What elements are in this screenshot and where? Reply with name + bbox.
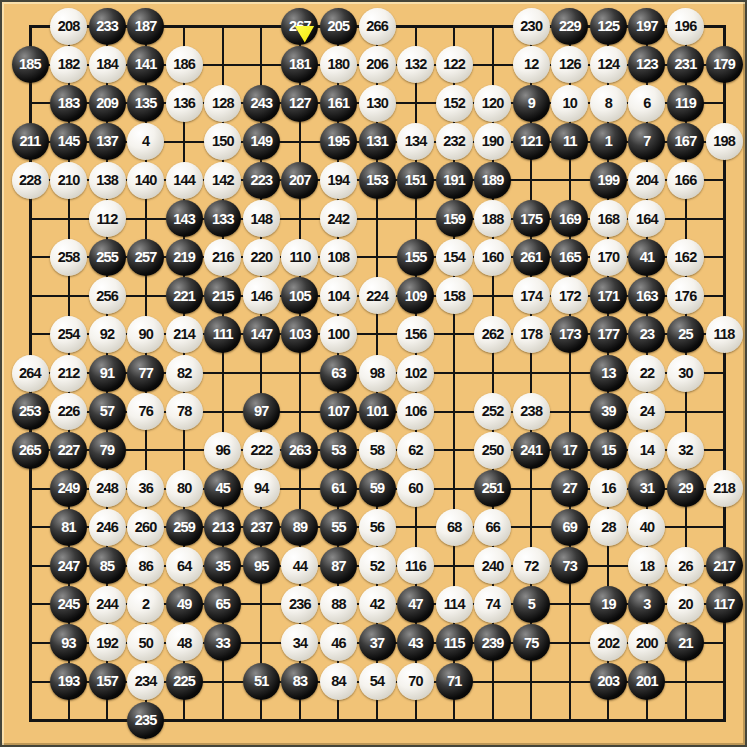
black-stone-31[interactable]: 31 (628, 470, 665, 507)
white-stone-80[interactable]: 80 (166, 470, 203, 507)
black-stone-109[interactable]: 109 (397, 277, 434, 314)
white-stone-136[interactable]: 136 (166, 85, 203, 122)
white-stone-206[interactable]: 206 (359, 46, 396, 83)
white-stone-230[interactable]: 230 (513, 8, 550, 45)
black-stone-211[interactable]: 211 (12, 123, 49, 160)
black-stone-107[interactable]: 107 (320, 393, 357, 430)
white-stone-224[interactable]: 224 (359, 277, 396, 314)
white-stone-266[interactable]: 266 (359, 8, 396, 45)
black-stone-173[interactable]: 173 (551, 316, 588, 353)
move-number: 95 (254, 559, 269, 574)
white-stone-134[interactable]: 134 (397, 123, 434, 160)
black-stone-143[interactable]: 143 (166, 200, 203, 237)
black-stone-57[interactable]: 57 (89, 393, 126, 430)
white-stone-108[interactable]: 108 (320, 239, 357, 276)
black-stone-17[interactable]: 17 (551, 432, 588, 469)
black-stone-167[interactable]: 167 (667, 123, 704, 160)
move-number: 255 (96, 250, 118, 265)
white-stone-36[interactable]: 36 (127, 470, 164, 507)
white-stone-148[interactable]: 148 (243, 200, 280, 237)
white-stone-114[interactable]: 114 (436, 586, 473, 623)
black-stone-195[interactable]: 195 (320, 123, 357, 160)
black-stone-145[interactable]: 145 (50, 123, 87, 160)
black-stone-101[interactable]: 101 (359, 393, 396, 430)
white-stone-144[interactable]: 144 (166, 162, 203, 199)
black-stone-119[interactable]: 119 (667, 85, 704, 122)
black-stone-255[interactable]: 255 (89, 239, 126, 276)
white-stone-14[interactable]: 14 (628, 432, 665, 469)
white-stone-118[interactable]: 118 (706, 316, 743, 353)
white-stone-104[interactable]: 104 (320, 277, 357, 314)
white-stone-70[interactable]: 70 (397, 663, 434, 700)
black-stone-111[interactable]: 111 (204, 316, 241, 353)
white-stone-226[interactable]: 226 (50, 393, 87, 430)
black-stone-251[interactable]: 251 (474, 470, 511, 507)
black-stone-13[interactable]: 13 (590, 355, 627, 392)
white-stone-210[interactable]: 210 (50, 162, 87, 199)
white-stone-2[interactable]: 2 (127, 586, 164, 623)
white-stone-262[interactable]: 262 (474, 316, 511, 353)
black-stone-73[interactable]: 73 (551, 547, 588, 584)
white-stone-124[interactable]: 124 (590, 46, 627, 83)
black-stone-187[interactable]: 187 (127, 8, 164, 45)
white-stone-180[interactable]: 180 (320, 46, 357, 83)
white-stone-250[interactable]: 250 (474, 432, 511, 469)
move-number: 52 (370, 559, 385, 574)
black-stone-41[interactable]: 41 (628, 239, 665, 276)
move-number: 90 (138, 327, 153, 342)
white-stone-146[interactable]: 146 (243, 277, 280, 314)
white-stone-66[interactable]: 66 (474, 509, 511, 546)
white-stone-72[interactable]: 72 (513, 547, 550, 584)
move-number: 230 (520, 19, 542, 34)
black-stone-63[interactable]: 63 (320, 355, 357, 392)
white-stone-40[interactable]: 40 (628, 509, 665, 546)
move-number: 184 (96, 57, 118, 72)
white-stone-176[interactable]: 176 (667, 277, 704, 314)
move-number: 55 (331, 520, 346, 535)
white-stone-84[interactable]: 84 (320, 663, 357, 700)
black-stone-77[interactable]: 77 (127, 355, 164, 392)
white-stone-240[interactable]: 240 (474, 547, 511, 584)
black-stone-213[interactable]: 213 (204, 509, 241, 546)
black-stone-9[interactable]: 9 (513, 85, 550, 122)
white-stone-188[interactable]: 188 (474, 200, 511, 237)
black-stone-233[interactable]: 233 (89, 8, 126, 45)
black-stone-49[interactable]: 49 (166, 586, 203, 623)
black-stone-161[interactable]: 161 (320, 85, 357, 122)
white-stone-194[interactable]: 194 (320, 162, 357, 199)
move-number: 193 (58, 674, 80, 689)
black-stone-257[interactable]: 257 (127, 239, 164, 276)
white-stone-28[interactable]: 28 (590, 509, 627, 546)
white-stone-56[interactable]: 56 (359, 509, 396, 546)
black-stone-55[interactable]: 55 (320, 509, 357, 546)
black-stone-29[interactable]: 29 (667, 470, 704, 507)
white-stone-166[interactable]: 166 (667, 162, 704, 199)
white-stone-172[interactable]: 172 (551, 277, 588, 314)
move-number: 98 (370, 366, 385, 381)
white-stone-142[interactable]: 142 (204, 162, 241, 199)
black-stone-15[interactable]: 15 (590, 432, 627, 469)
black-stone-263[interactable]: 263 (281, 432, 318, 469)
white-stone-88[interactable]: 88 (320, 586, 357, 623)
white-stone-196[interactable]: 196 (667, 8, 704, 45)
move-number: 220 (250, 250, 272, 265)
white-stone-140[interactable]: 140 (127, 162, 164, 199)
move-number: 178 (520, 327, 542, 342)
white-stone-10[interactable]: 10 (551, 85, 588, 122)
white-stone-242[interactable]: 242 (320, 200, 357, 237)
move-number: 212 (58, 366, 80, 381)
white-stone-22[interactable]: 22 (628, 355, 665, 392)
white-stone-128[interactable]: 128 (204, 85, 241, 122)
black-stone-135[interactable]: 135 (127, 85, 164, 122)
black-stone-47[interactable]: 47 (397, 586, 434, 623)
white-stone-26[interactable]: 26 (667, 547, 704, 584)
white-stone-64[interactable]: 64 (166, 547, 203, 584)
black-stone-121[interactable]: 121 (513, 123, 550, 160)
white-stone-112[interactable]: 112 (89, 200, 126, 237)
black-stone-229[interactable]: 229 (551, 8, 588, 45)
white-stone-208[interactable]: 208 (50, 8, 87, 45)
white-stone-48[interactable]: 48 (166, 624, 203, 661)
black-stone-221[interactable]: 221 (166, 277, 203, 314)
white-stone-122[interactable]: 122 (436, 46, 473, 83)
white-stone-6[interactable]: 6 (628, 85, 665, 122)
white-stone-68[interactable]: 68 (436, 509, 473, 546)
white-stone-42[interactable]: 42 (359, 586, 396, 623)
white-stone-248[interactable]: 248 (89, 470, 126, 507)
black-stone-125[interactable]: 125 (590, 8, 627, 45)
white-stone-236[interactable]: 236 (281, 586, 318, 623)
black-stone-231[interactable]: 231 (667, 46, 704, 83)
move-number: 135 (135, 96, 157, 111)
black-stone-127[interactable]: 127 (281, 85, 318, 122)
black-stone-35[interactable]: 35 (204, 547, 241, 584)
black-stone-69[interactable]: 69 (551, 509, 588, 546)
go-board[interactable]: 2082331872672052662302291251971961851821… (0, 0, 747, 747)
black-stone-177[interactable]: 177 (590, 316, 627, 353)
white-stone-264[interactable]: 264 (12, 355, 49, 392)
last-move-triangle-icon (294, 26, 314, 43)
black-stone-137[interactable]: 137 (89, 123, 126, 160)
black-stone-23[interactable]: 23 (628, 316, 665, 353)
white-stone-212[interactable]: 212 (50, 355, 87, 392)
move-number: 245 (58, 597, 80, 612)
black-stone-247[interactable]: 247 (50, 547, 87, 584)
white-stone-8[interactable]: 8 (590, 85, 627, 122)
black-stone-189[interactable]: 189 (474, 162, 511, 199)
white-stone-178[interactable]: 178 (513, 316, 550, 353)
black-stone-123[interactable]: 123 (628, 46, 665, 83)
move-number: 240 (482, 559, 504, 574)
move-number: 198 (713, 134, 735, 149)
black-stone-71[interactable]: 71 (436, 663, 473, 700)
black-stone-11[interactable]: 11 (551, 123, 588, 160)
black-stone-95[interactable]: 95 (243, 547, 280, 584)
white-stone-164[interactable]: 164 (628, 200, 665, 237)
black-stone-227[interactable]: 227 (50, 432, 87, 469)
white-stone-30[interactable]: 30 (667, 355, 704, 392)
white-stone-58[interactable]: 58 (359, 432, 396, 469)
white-stone-62[interactable]: 62 (397, 432, 434, 469)
black-stone-1[interactable]: 1 (590, 123, 627, 160)
white-stone-202[interactable]: 202 (590, 624, 627, 661)
white-stone-132[interactable]: 132 (397, 46, 434, 83)
black-stone-79[interactable]: 79 (89, 432, 126, 469)
white-stone-204[interactable]: 204 (628, 162, 665, 199)
black-stone-165[interactable]: 165 (551, 239, 588, 276)
white-stone-232[interactable]: 232 (436, 123, 473, 160)
white-stone-34[interactable]: 34 (281, 624, 318, 661)
white-stone-216[interactable]: 216 (204, 239, 241, 276)
black-stone-215[interactable]: 215 (204, 277, 241, 314)
white-stone-170[interactable]: 170 (590, 239, 627, 276)
black-stone-249[interactable]: 249 (50, 470, 87, 507)
white-stone-260[interactable]: 260 (127, 509, 164, 546)
white-stone-60[interactable]: 60 (397, 470, 434, 507)
black-stone-131[interactable]: 131 (359, 123, 396, 160)
white-stone-238[interactable]: 238 (513, 393, 550, 430)
black-stone-239[interactable]: 239 (474, 624, 511, 661)
black-stone-25[interactable]: 25 (667, 316, 704, 353)
black-stone-259[interactable]: 259 (166, 509, 203, 546)
white-stone-24[interactable]: 24 (628, 393, 665, 430)
move-number: 205 (328, 19, 350, 34)
black-stone-225[interactable]: 225 (166, 663, 203, 700)
black-stone-243[interactable]: 243 (243, 85, 280, 122)
black-stone-51[interactable]: 51 (243, 663, 280, 700)
white-stone-200[interactable]: 200 (628, 624, 665, 661)
white-stone-76[interactable]: 76 (127, 393, 164, 430)
white-stone-100[interactable]: 100 (320, 316, 357, 353)
white-stone-234[interactable]: 234 (127, 663, 164, 700)
white-stone-18[interactable]: 18 (628, 547, 665, 584)
black-stone-179[interactable]: 179 (706, 46, 743, 83)
black-stone-7[interactable]: 7 (628, 123, 665, 160)
white-stone-92[interactable]: 92 (89, 316, 126, 353)
move-number: 256 (96, 289, 118, 304)
white-stone-174[interactable]: 174 (513, 277, 550, 314)
black-stone-155[interactable]: 155 (397, 239, 434, 276)
white-stone-52[interactable]: 52 (359, 547, 396, 584)
black-stone-27[interactable]: 27 (551, 470, 588, 507)
white-stone-96[interactable]: 96 (204, 432, 241, 469)
white-stone-162[interactable]: 162 (667, 239, 704, 276)
black-stone-153[interactable]: 153 (359, 162, 396, 199)
move-number: 175 (520, 212, 542, 227)
black-stone-39[interactable]: 39 (590, 393, 627, 430)
white-stone-116[interactable]: 116 (397, 547, 434, 584)
black-stone-43[interactable]: 43 (397, 624, 434, 661)
black-stone-219[interactable]: 219 (166, 239, 203, 276)
black-stone-201[interactable]: 201 (628, 663, 665, 700)
black-stone-191[interactable]: 191 (436, 162, 473, 199)
black-stone-61[interactable]: 61 (320, 470, 357, 507)
black-stone-105[interactable]: 105 (281, 277, 318, 314)
black-stone-3[interactable]: 3 (628, 586, 665, 623)
black-stone-83[interactable]: 83 (281, 663, 318, 700)
white-stone-152[interactable]: 152 (436, 85, 473, 122)
move-number: 130 (366, 96, 388, 111)
black-stone-21[interactable]: 21 (667, 624, 704, 661)
black-stone-45[interactable]: 45 (204, 470, 241, 507)
white-stone-110[interactable]: 110 (281, 239, 318, 276)
white-stone-258[interactable]: 258 (50, 239, 87, 276)
move-number: 261 (520, 250, 542, 265)
white-stone-32[interactable]: 32 (667, 432, 704, 469)
white-stone-252[interactable]: 252 (474, 393, 511, 430)
black-stone-89[interactable]: 89 (281, 509, 318, 546)
black-stone-241[interactable]: 241 (513, 432, 550, 469)
black-stone-217[interactable]: 217 (706, 547, 743, 584)
black-stone-59[interactable]: 59 (359, 470, 396, 507)
black-stone-53[interactable]: 53 (320, 432, 357, 469)
black-stone-197[interactable]: 197 (628, 8, 665, 45)
move-number: 97 (254, 404, 269, 419)
move-number: 222 (250, 443, 272, 458)
move-number: 121 (520, 134, 542, 149)
white-stone-46[interactable]: 46 (320, 624, 357, 661)
black-stone-223[interactable]: 223 (243, 162, 280, 199)
move-number: 108 (328, 250, 350, 265)
black-stone-245[interactable]: 245 (50, 586, 87, 623)
move-number: 62 (408, 443, 423, 458)
white-stone-16[interactable]: 16 (590, 470, 627, 507)
white-stone-54[interactable]: 54 (359, 663, 396, 700)
black-stone-163[interactable]: 163 (628, 277, 665, 314)
white-stone-246[interactable]: 246 (89, 509, 126, 546)
black-stone-85[interactable]: 85 (89, 547, 126, 584)
white-stone-102[interactable]: 102 (397, 355, 434, 392)
white-stone-126[interactable]: 126 (551, 46, 588, 83)
black-stone-75[interactable]: 75 (513, 624, 550, 661)
black-stone-91[interactable]: 91 (89, 355, 126, 392)
move-number: 18 (640, 559, 655, 574)
white-stone-256[interactable]: 256 (89, 277, 126, 314)
white-stone-228[interactable]: 228 (12, 162, 49, 199)
white-stone-74[interactable]: 74 (474, 586, 511, 623)
black-stone-159[interactable]: 159 (436, 200, 473, 237)
black-stone-209[interactable]: 209 (89, 85, 126, 122)
move-number: 221 (173, 289, 195, 304)
black-stone-183[interactable]: 183 (50, 85, 87, 122)
white-stone-150[interactable]: 150 (204, 123, 241, 160)
black-stone-267[interactable]: 267 (281, 8, 318, 45)
move-number: 171 (597, 289, 619, 304)
black-stone-261[interactable]: 261 (513, 239, 550, 276)
white-stone-218[interactable]: 218 (706, 470, 743, 507)
move-number: 44 (293, 559, 308, 574)
white-stone-120[interactable]: 120 (474, 85, 511, 122)
white-stone-186[interactable]: 186 (166, 46, 203, 83)
black-stone-265[interactable]: 265 (12, 432, 49, 469)
white-stone-20[interactable]: 20 (667, 586, 704, 623)
black-stone-97[interactable]: 97 (243, 393, 280, 430)
white-stone-192[interactable]: 192 (89, 624, 126, 661)
black-stone-253[interactable]: 253 (12, 393, 49, 430)
white-stone-190[interactable]: 190 (474, 123, 511, 160)
black-stone-149[interactable]: 149 (243, 123, 280, 160)
move-number: 71 (447, 674, 462, 689)
white-stone-82[interactable]: 82 (166, 355, 203, 392)
black-stone-65[interactable]: 65 (204, 586, 241, 623)
move-number: 211 (20, 134, 41, 149)
white-stone-160[interactable]: 160 (474, 239, 511, 276)
black-stone-133[interactable]: 133 (204, 200, 241, 237)
white-stone-4[interactable]: 4 (127, 123, 164, 160)
black-stone-171[interactable]: 171 (590, 277, 627, 314)
white-stone-220[interactable]: 220 (243, 239, 280, 276)
white-stone-86[interactable]: 86 (127, 547, 164, 584)
white-stone-94[interactable]: 94 (243, 470, 280, 507)
black-stone-193[interactable]: 193 (50, 663, 87, 700)
white-stone-12[interactable]: 12 (513, 46, 550, 83)
white-stone-50[interactable]: 50 (127, 624, 164, 661)
black-stone-117[interactable]: 117 (706, 586, 743, 623)
white-stone-78[interactable]: 78 (166, 393, 203, 430)
white-stone-44[interactable]: 44 (281, 547, 318, 584)
move-number: 210 (58, 173, 80, 188)
move-number: 246 (96, 520, 118, 535)
black-stone-207[interactable]: 207 (281, 162, 318, 199)
black-stone-5[interactable]: 5 (513, 586, 550, 623)
black-stone-185[interactable]: 185 (12, 46, 49, 83)
move-number: 189 (482, 173, 504, 188)
white-stone-130[interactable]: 130 (359, 85, 396, 122)
white-stone-138[interactable]: 138 (89, 162, 126, 199)
black-stone-237[interactable]: 237 (243, 509, 280, 546)
black-stone-181[interactable]: 181 (281, 46, 318, 83)
black-stone-87[interactable]: 87 (320, 547, 357, 584)
black-stone-169[interactable]: 169 (551, 200, 588, 237)
black-stone-33[interactable]: 33 (204, 624, 241, 661)
white-stone-184[interactable]: 184 (89, 46, 126, 83)
white-stone-244[interactable]: 244 (89, 586, 126, 623)
black-stone-235[interactable]: 235 (127, 702, 164, 739)
black-stone-81[interactable]: 81 (50, 509, 87, 546)
black-stone-147[interactable]: 147 (243, 316, 280, 353)
white-stone-90[interactable]: 90 (127, 316, 164, 353)
move-number: 226 (58, 404, 80, 419)
black-stone-93[interactable]: 93 (50, 624, 87, 661)
white-stone-154[interactable]: 154 (436, 239, 473, 276)
white-stone-158[interactable]: 158 (436, 277, 473, 314)
black-stone-19[interactable]: 19 (590, 586, 627, 623)
white-stone-222[interactable]: 222 (243, 432, 280, 469)
black-stone-157[interactable]: 157 (89, 663, 126, 700)
black-stone-103[interactable]: 103 (281, 316, 318, 353)
black-stone-199[interactable]: 199 (590, 162, 627, 199)
white-stone-156[interactable]: 156 (397, 316, 434, 353)
white-stone-198[interactable]: 198 (706, 123, 743, 160)
black-stone-37[interactable]: 37 (359, 624, 396, 661)
white-stone-98[interactable]: 98 (359, 355, 396, 392)
white-stone-214[interactable]: 214 (166, 316, 203, 353)
move-number: 26 (678, 559, 693, 574)
black-stone-205[interactable]: 205 (320, 8, 357, 45)
black-stone-151[interactable]: 151 (397, 162, 434, 199)
white-stone-168[interactable]: 168 (590, 200, 627, 237)
black-stone-141[interactable]: 141 (127, 46, 164, 83)
black-stone-203[interactable]: 203 (590, 663, 627, 700)
black-stone-115[interactable]: 115 (436, 624, 473, 661)
white-stone-182[interactable]: 182 (50, 46, 87, 83)
white-stone-254[interactable]: 254 (50, 316, 87, 353)
black-stone-175[interactable]: 175 (513, 200, 550, 237)
white-stone-106[interactable]: 106 (397, 393, 434, 430)
